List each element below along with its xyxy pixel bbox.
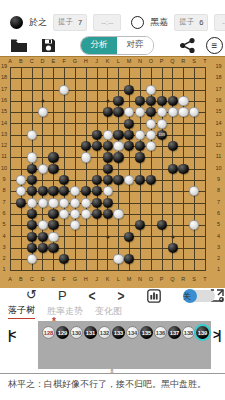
- col-label-bottom: T: [203, 277, 206, 283]
- col-label-top: L: [117, 59, 120, 65]
- move-strip: |< * 12812913013113213313413513613713813…: [0, 319, 225, 369]
- col-label-bottom: R: [181, 277, 185, 283]
- col-label-top: H: [84, 59, 88, 65]
- star-point: [41, 99, 44, 102]
- row-label-left: 17: [1, 87, 7, 93]
- black-stone-L15[interactable]: [113, 107, 123, 117]
- black-captures-label: 提子: [58, 17, 73, 27]
- row-label-right: 15: [215, 109, 221, 115]
- save-icon[interactable]: [41, 38, 56, 53]
- col-label-bottom: J: [95, 277, 98, 283]
- col-label-top: K: [106, 59, 110, 65]
- black-stone-M4[interactable]: [124, 231, 134, 241]
- black-stone-D3[interactable]: [37, 243, 47, 253]
- row-label-right: 10: [215, 166, 221, 172]
- black-stone-K9[interactable]: [102, 175, 112, 185]
- tab-variation-diagram[interactable]: 变化图: [95, 305, 122, 318]
- col-label-bottom: E: [51, 277, 55, 283]
- black-clock: --:--: [93, 14, 121, 31]
- row-label-left: 15: [1, 109, 7, 115]
- resize-handle-icon[interactable]: ⇕: [109, 368, 115, 376]
- row-label-left: 11: [1, 155, 7, 161]
- white-stone-G5[interactable]: [70, 220, 80, 230]
- black-stone-K12[interactable]: [102, 141, 112, 151]
- white-stone-O17[interactable]: [146, 85, 156, 95]
- row-label-right: 16: [215, 98, 221, 104]
- col-label-top: S: [192, 59, 196, 65]
- black-stone-D4[interactable]: [37, 231, 47, 241]
- col-label-bottom: D: [41, 277, 45, 283]
- black-stone-L16[interactable]: [113, 96, 123, 106]
- white-stone-B8[interactable]: [16, 186, 26, 196]
- black-stone-M2[interactable]: [124, 254, 134, 264]
- white-stone-S8[interactable]: [189, 186, 199, 196]
- game-comment: 林平之：白棋好像不行了，接不归吧。黑中盘胜。: [8, 379, 218, 390]
- row-label-left: 18: [1, 76, 7, 82]
- white-stone-K13[interactable]: [102, 130, 112, 140]
- white-stone-S15[interactable]: [189, 107, 199, 117]
- row-label-left: 4: [2, 234, 5, 240]
- black-stone-J8[interactable]: [92, 186, 102, 196]
- black-stone-F8[interactable]: [59, 186, 69, 196]
- row-label-right: 2: [217, 256, 220, 262]
- white-captures-count: 6: [199, 18, 203, 27]
- analysis-chart-icon[interactable]: [147, 289, 161, 303]
- row-label-right: 7: [217, 200, 220, 206]
- black-stone-P13[interactable]: 139: [157, 130, 167, 140]
- star-point: [171, 235, 174, 238]
- white-stone-C13[interactable]: [27, 130, 37, 140]
- row-label-left: 16: [1, 98, 7, 104]
- analyze-mode-button[interactable]: 分析: [81, 37, 117, 54]
- move-strip-stone-135[interactable]: 135: [140, 326, 153, 339]
- go-app-screen: 於之 提子 7 --:-- 黑嘉 提子 6 --:-- 分析 对弈 ≡: [0, 0, 225, 400]
- black-stone-L11[interactable]: [113, 152, 123, 162]
- move-strip-stone-128[interactable]: 128: [42, 326, 55, 339]
- white-stone-N13[interactable]: [135, 130, 145, 140]
- black-stone-N5[interactable]: [135, 220, 145, 230]
- col-label-top: N: [138, 59, 142, 65]
- black-stone-K10[interactable]: [102, 164, 112, 174]
- star-point: [106, 235, 109, 238]
- white-stone-M15[interactable]: [124, 107, 134, 117]
- col-label-top: O: [149, 59, 153, 65]
- row-label-right: 6: [217, 211, 220, 217]
- black-stone-C4[interactable]: [27, 231, 37, 241]
- black-stone-O16[interactable]: [146, 96, 156, 106]
- white-stone-H7[interactable]: [81, 198, 91, 208]
- black-stone-J12[interactable]: [92, 141, 102, 151]
- move-strip-stone-132[interactable]: 132: [98, 326, 111, 339]
- col-label-bottom: A: [8, 277, 12, 283]
- col-label-bottom: F: [62, 277, 65, 283]
- col-label-top: Q: [170, 59, 174, 65]
- black-stone-Q10[interactable]: [167, 164, 177, 174]
- tab-move-tree[interactable]: 落子树: [8, 304, 35, 319]
- white-stone-H11[interactable]: [81, 152, 91, 162]
- black-stone-Q16[interactable]: [167, 96, 177, 106]
- black-stone-J7[interactable]: [92, 198, 102, 208]
- next-move-icon[interactable]: >: [118, 287, 125, 305]
- black-stone-M14[interactable]: [124, 118, 134, 128]
- black-stone-O9[interactable]: [146, 175, 156, 185]
- row-label-left: 5: [2, 222, 5, 228]
- move-strip-stone-137[interactable]: 137: [168, 326, 181, 339]
- black-stone-J13[interactable]: [92, 130, 102, 140]
- black-stone-N16[interactable]: [135, 96, 145, 106]
- move-strip-stone-139[interactable]: 139: [196, 326, 209, 339]
- black-stone-Q12[interactable]: [167, 141, 177, 151]
- white-stone-G8[interactable]: [70, 186, 80, 196]
- row-label-left: 13: [1, 132, 7, 138]
- white-clock: --:--: [214, 14, 225, 31]
- review-controls: ↺ P < > 关: [0, 287, 225, 304]
- col-label-top: B: [19, 59, 23, 65]
- row-label-right: 17: [215, 87, 221, 93]
- col-label-top: J: [95, 59, 98, 65]
- row-label-left: 10: [1, 166, 7, 172]
- black-stone-P5[interactable]: [157, 220, 167, 230]
- black-stone-K6[interactable]: [102, 209, 112, 219]
- row-label-right: 5: [217, 222, 220, 228]
- white-stone-D5[interactable]: [37, 220, 47, 230]
- white-stone-C7[interactable]: [27, 198, 37, 208]
- move-list[interactable]: 128129130131132133134135136137138139: [42, 326, 210, 339]
- black-stone-B7[interactable]: [16, 198, 26, 208]
- undo-icon[interactable]: ↺: [26, 287, 37, 302]
- black-stone-J6[interactable]: [92, 209, 102, 219]
- row-label-right: 14: [215, 121, 221, 127]
- black-stone-N11[interactable]: [135, 152, 145, 162]
- black-stone-C9[interactable]: [27, 175, 37, 185]
- row-label-left: 2: [2, 256, 5, 262]
- move-strip-stone-130[interactable]: 130: [70, 326, 83, 339]
- black-stone-P16[interactable]: [157, 96, 167, 106]
- row-label-left: 1: [2, 268, 5, 274]
- white-stone-M9[interactable]: [124, 175, 134, 185]
- white-captures-label: 提子: [179, 17, 194, 27]
- black-stone-K11[interactable]: [102, 152, 112, 162]
- white-stone-K8[interactable]: [102, 186, 112, 196]
- white-stone-E7[interactable]: [48, 198, 58, 208]
- row-label-right: 18: [215, 76, 221, 82]
- black-stone-N9[interactable]: [135, 175, 145, 185]
- move-strip-stone-133[interactable]: 133: [112, 326, 125, 339]
- white-stone-B9[interactable]: [16, 175, 26, 185]
- white-stone-C11[interactable]: [27, 152, 37, 162]
- col-label-bottom: B: [19, 277, 23, 283]
- prev-move-icon[interactable]: <: [89, 287, 96, 305]
- row-label-left: 3: [2, 245, 5, 251]
- row-label-right: 19: [215, 64, 221, 70]
- col-label-top: E: [51, 59, 55, 65]
- white-stone-D10[interactable]: [37, 164, 47, 174]
- white-captures-badge: 提子 6: [174, 14, 208, 31]
- black-stone-R10[interactable]: [178, 164, 188, 174]
- white-stone-E4[interactable]: [48, 231, 58, 241]
- col-label-top: M: [127, 59, 132, 65]
- white-stone-Q15[interactable]: [167, 107, 177, 117]
- white-stone-G7[interactable]: [70, 198, 80, 208]
- black-stone-C6[interactable]: [27, 209, 37, 219]
- go-board[interactable]: 139 AABBCCDDEEFFGGHHJJKKLLMMNNOOPPQQRRSS…: [0, 56, 225, 288]
- col-label-bottom: P: [160, 277, 164, 283]
- row-label-left: 14: [1, 121, 7, 127]
- black-stone-F2[interactable]: [59, 254, 69, 264]
- ai-toggle[interactable]: 关: [183, 289, 194, 302]
- black-stone-L13[interactable]: [113, 130, 123, 140]
- col-label-bottom: O: [149, 277, 153, 283]
- toolbar: 分析 对弈 ≡: [0, 34, 225, 56]
- col-label-top: G: [73, 59, 77, 65]
- row-label-right: 1: [217, 268, 220, 274]
- row-label-right: 3: [217, 245, 220, 251]
- stones-layer: 139: [10, 67, 205, 270]
- move-strip-stone-138[interactable]: 138: [182, 326, 195, 339]
- white-stone-O12[interactable]: [146, 141, 156, 151]
- black-stone-C3[interactable]: [27, 243, 37, 253]
- col-label-bottom: M: [127, 277, 132, 283]
- black-stone-K15[interactable]: [102, 107, 112, 117]
- row-label-left: 9: [2, 177, 5, 183]
- row-label-right: 12: [215, 143, 221, 149]
- white-stone-H6[interactable]: [81, 209, 91, 219]
- white-stone-R16[interactable]: [178, 96, 188, 106]
- white-stone-G6[interactable]: [70, 209, 80, 219]
- row-label-left: 7: [2, 200, 5, 206]
- mode-toggle: 分析 对弈: [80, 36, 154, 55]
- row-label-right: 11: [216, 155, 222, 161]
- white-stone-L2[interactable]: [113, 254, 123, 264]
- black-stone-F9[interactable]: [59, 175, 69, 185]
- row-label-right: 9: [217, 177, 220, 183]
- comment-divider: [0, 373, 225, 374]
- row-label-left: 8: [2, 189, 5, 195]
- col-label-top: R: [181, 59, 185, 65]
- black-stone-E3[interactable]: [48, 243, 58, 253]
- black-stone-L9[interactable]: [113, 175, 123, 185]
- row-label-right: 13: [215, 132, 221, 138]
- row-label-right: 8: [217, 189, 220, 195]
- white-stone-D7[interactable]: [37, 198, 47, 208]
- black-stone-Q3[interactable]: [167, 243, 177, 253]
- move-strip-stone-134[interactable]: 134: [126, 326, 139, 339]
- white-stone-R15[interactable]: [178, 107, 188, 117]
- black-stone-C5[interactable]: [27, 220, 37, 230]
- black-stone-M17[interactable]: [124, 85, 134, 95]
- col-label-top: P: [160, 59, 164, 65]
- move-strip-stone-129[interactable]: 129: [56, 326, 69, 339]
- col-label-bottom: C: [30, 277, 34, 283]
- white-stone-C2[interactable]: [27, 254, 37, 264]
- menu-icon[interactable]: ≡: [206, 37, 223, 54]
- col-label-top: A: [8, 59, 12, 65]
- row-label-left: 6: [2, 211, 5, 217]
- black-stone-E8[interactable]: [48, 186, 58, 196]
- white-stone-P15[interactable]: [157, 107, 167, 117]
- black-stone-H12[interactable]: [81, 141, 91, 151]
- col-label-top: F: [62, 59, 65, 65]
- move-strip-stone-136[interactable]: 136: [154, 326, 167, 339]
- go-to-end-icon[interactable]: >|: [213, 328, 219, 342]
- black-stone-E10[interactable]: [48, 164, 58, 174]
- row-label-right: 4: [217, 234, 220, 240]
- col-label-bottom: G: [73, 277, 77, 283]
- black-stone-icon: [10, 16, 23, 29]
- black-stone-M13[interactable]: [124, 130, 134, 140]
- black-stone-E6[interactable]: [48, 209, 58, 219]
- current-move-number: 139: [158, 132, 164, 137]
- col-label-bottom: S: [192, 277, 196, 283]
- col-label-bottom: H: [84, 277, 88, 283]
- col-label-bottom: Q: [170, 277, 174, 283]
- col-label-bottom: N: [138, 277, 142, 283]
- white-stone-O14[interactable]: [146, 118, 156, 128]
- col-label-bottom: L: [117, 277, 120, 283]
- white-stone-F17[interactable]: [59, 85, 69, 95]
- black-stone-N12[interactable]: [135, 141, 145, 151]
- black-stone-E5[interactable]: [48, 220, 58, 230]
- black-stone-O15[interactable]: [146, 107, 156, 117]
- pass-button[interactable]: P: [58, 288, 67, 303]
- row-label-left: 12: [1, 143, 7, 149]
- col-label-top: D: [41, 59, 45, 65]
- panel-tabs: 落子树 胜率走势 变化图: [0, 304, 225, 318]
- white-stone-icon: [131, 16, 144, 29]
- white-player-name: 黑嘉: [150, 16, 168, 29]
- black-stone-H8[interactable]: [81, 186, 91, 196]
- share-icon[interactable]: [180, 38, 195, 53]
- col-label-bottom: K: [106, 277, 110, 283]
- open-folder-icon[interactable]: [10, 38, 28, 53]
- white-stone-P14[interactable]: [157, 118, 167, 128]
- black-stone-M12[interactable]: [124, 141, 134, 151]
- go-to-start-icon[interactable]: |<: [8, 328, 14, 342]
- black-stone-D8[interactable]: [37, 186, 47, 196]
- play-mode-button[interactable]: 对弈: [117, 37, 153, 54]
- col-label-top: T: [203, 59, 206, 65]
- row-label-left: 19: [1, 64, 7, 70]
- black-captures-badge: 提子 7: [53, 14, 87, 31]
- white-stone-F7[interactable]: [59, 198, 69, 208]
- black-captures-count: 7: [78, 18, 82, 27]
- black-player-name: 於之: [29, 16, 47, 29]
- black-stone-E11[interactable]: [48, 152, 58, 162]
- white-stone-D15[interactable]: [37, 107, 47, 117]
- white-stone-S5[interactable]: [189, 220, 199, 230]
- white-stone-N15[interactable]: [135, 107, 145, 117]
- move-strip-stone-131[interactable]: 131: [84, 326, 97, 339]
- black-stone-C8[interactable]: [27, 186, 37, 196]
- black-stone-C10[interactable]: [27, 164, 37, 174]
- black-stone-J9[interactable]: [92, 175, 102, 185]
- col-label-top: C: [30, 59, 34, 65]
- white-stone-O13[interactable]: [146, 130, 156, 140]
- star-point: [106, 99, 109, 102]
- white-stone-L6[interactable]: [113, 209, 123, 219]
- ai-toggle-label: 关: [183, 291, 191, 302]
- player-bar: 於之 提子 7 --:-- 黑嘉 提子 6 --:--: [0, 10, 225, 34]
- black-stone-K7[interactable]: [102, 198, 112, 208]
- white-stone-F6[interactable]: [59, 209, 69, 219]
- white-stone-L12[interactable]: [113, 141, 123, 151]
